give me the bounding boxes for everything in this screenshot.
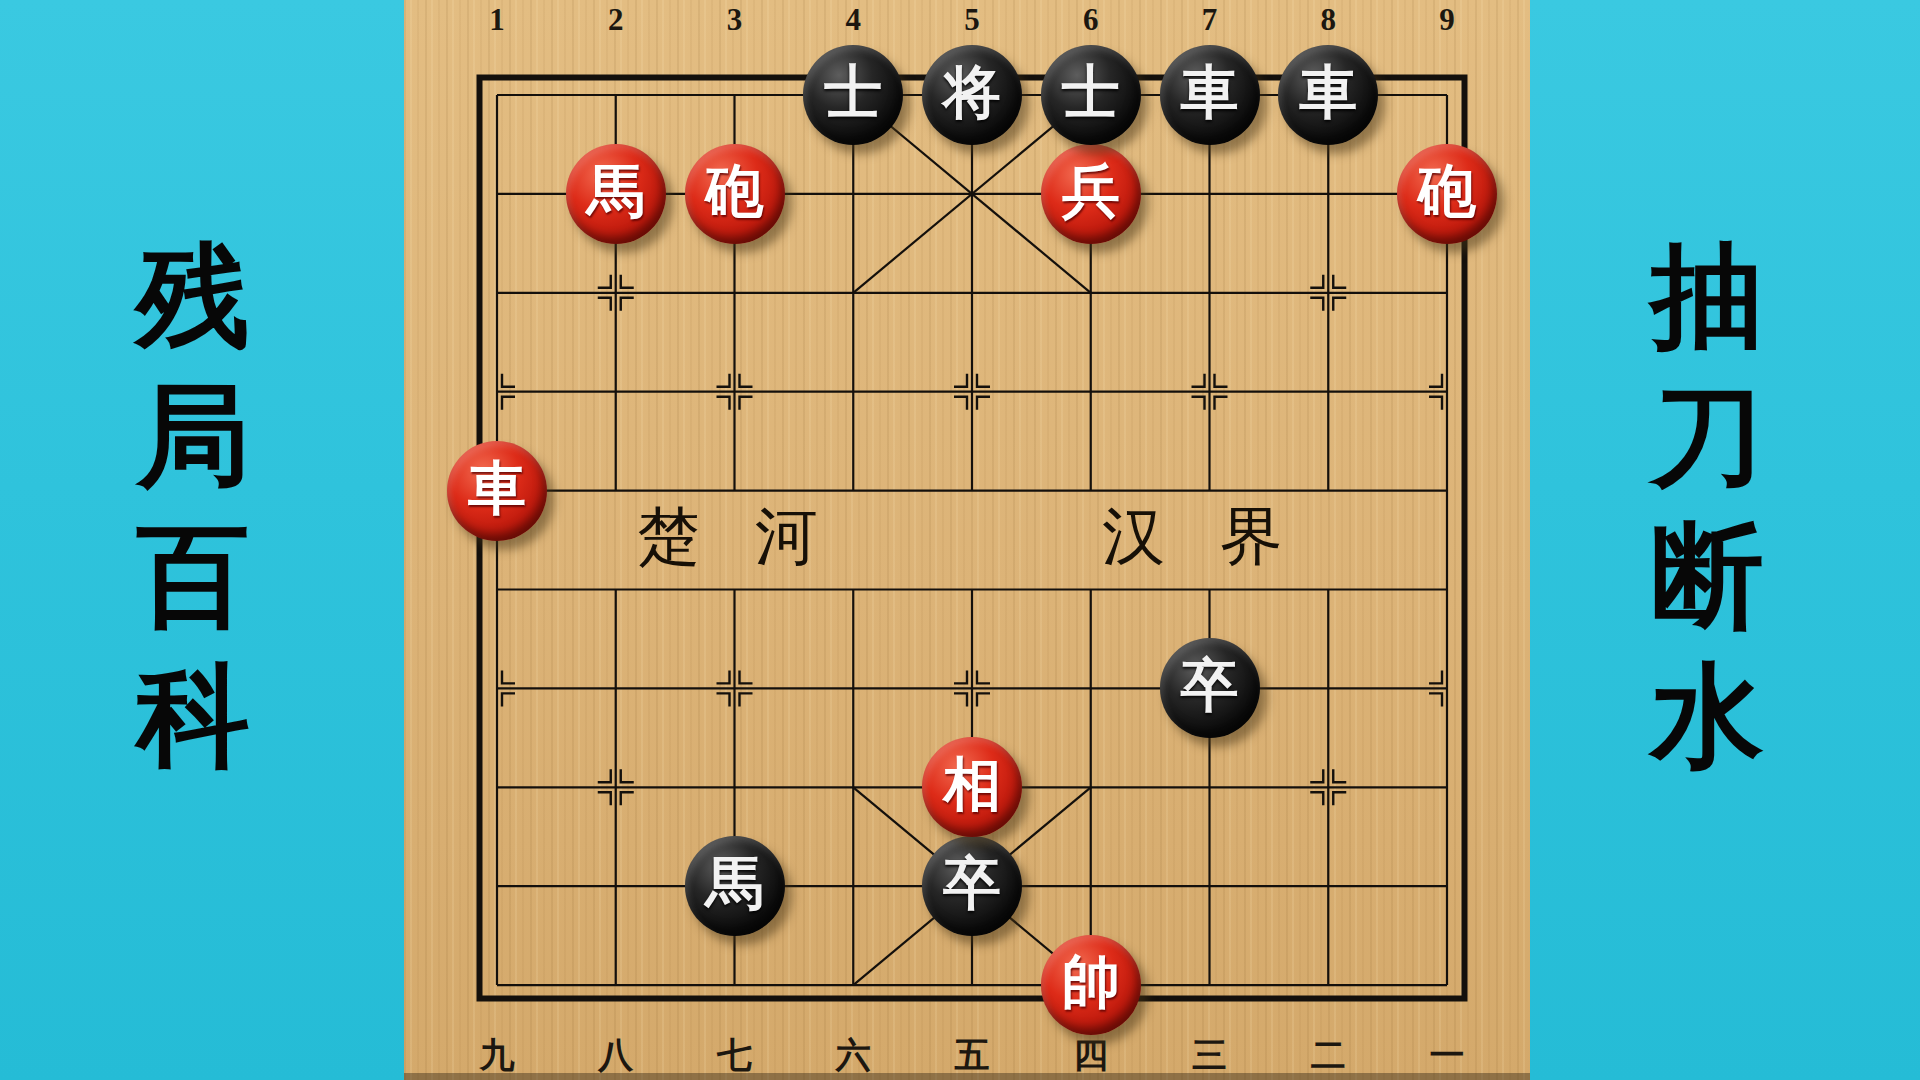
- black-soldier-glyph: 卒: [943, 834, 1001, 934]
- black-general-glyph: 将: [943, 43, 1001, 143]
- black-horse-glyph: 馬: [706, 834, 764, 934]
- left-caption-char-4: 科: [137, 646, 250, 786]
- file-label-top-5: 5: [913, 2, 1032, 38]
- piece-red-chariot[interactable]: 車: [447, 441, 547, 541]
- file-label-bottom-9: 一: [1388, 1032, 1507, 1079]
- left-caption-char-2: 局: [137, 366, 250, 506]
- file-label-top-9: 9: [1388, 2, 1507, 38]
- red-elephant-glyph: 相: [943, 735, 1001, 835]
- file-label-top-7: 7: [1150, 2, 1269, 38]
- app-canvas: { "game": "xiangqi", "captions": { "left…: [0, 0, 1920, 1080]
- piece-black-general[interactable]: 将: [922, 45, 1022, 145]
- file-label-bottom-1: 九: [438, 1032, 557, 1079]
- bottom-coordinates: 九八七六五四三二一: [438, 1032, 1507, 1079]
- right-caption-char-2: 刀: [1651, 366, 1764, 506]
- file-label-top-8: 8: [1269, 2, 1388, 38]
- file-label-top-2: 2: [556, 2, 675, 38]
- red-cannon-glyph: 砲: [706, 142, 764, 242]
- red-general-glyph: 帥: [1062, 933, 1120, 1033]
- file-label-bottom-6: 四: [1031, 1032, 1150, 1079]
- left-caption-char-1: 残: [137, 226, 250, 366]
- piece-black-chariot[interactable]: 車: [1278, 45, 1378, 145]
- file-label-bottom-8: 二: [1269, 1032, 1388, 1079]
- red-soldier-glyph: 兵: [1062, 142, 1120, 242]
- file-label-top-4: 4: [794, 2, 913, 38]
- piece-black-horse[interactable]: 馬: [685, 836, 785, 936]
- piece-red-horse[interactable]: 馬: [566, 144, 666, 244]
- black-advisor-glyph: 士: [1062, 43, 1120, 143]
- piece-red-general[interactable]: 帥: [1041, 935, 1141, 1035]
- black-chariot-glyph: 車: [1181, 43, 1239, 143]
- piece-black-advisor[interactable]: 士: [1041, 45, 1141, 145]
- piece-black-chariot[interactable]: 車: [1160, 45, 1260, 145]
- file-label-bottom-7: 三: [1150, 1032, 1269, 1079]
- red-chariot-glyph: 車: [468, 439, 526, 539]
- left-caption: 残局百科: [123, 226, 263, 786]
- file-label-bottom-4: 六: [794, 1032, 913, 1079]
- right-caption-char-4: 水: [1651, 646, 1764, 786]
- right-caption-char-1: 抽: [1651, 226, 1764, 366]
- piece-red-soldier[interactable]: 兵: [1041, 144, 1141, 244]
- file-label-bottom-2: 八: [556, 1032, 675, 1079]
- black-advisor-glyph: 士: [824, 43, 882, 143]
- file-label-bottom-3: 七: [675, 1032, 794, 1079]
- black-soldier-glyph: 卒: [1181, 636, 1239, 736]
- right-caption: 抽刀断水: [1637, 226, 1777, 786]
- piece-red-elephant[interactable]: 相: [922, 737, 1022, 837]
- black-chariot-glyph: 車: [1299, 43, 1357, 143]
- red-cannon-glyph: 砲: [1418, 142, 1476, 242]
- piece-red-cannon[interactable]: 砲: [685, 144, 785, 244]
- xiangqi-board: 士将士車車馬砲兵砲車卒相馬卒帥: [438, 46, 1507, 1035]
- right-caption-char-3: 断: [1651, 506, 1764, 646]
- file-label-top-6: 6: [1031, 2, 1150, 38]
- file-label-top-1: 1: [438, 2, 557, 38]
- piece-black-soldier[interactable]: 卒: [922, 836, 1022, 936]
- red-horse-glyph: 馬: [587, 142, 645, 242]
- left-caption-char-3: 百: [137, 506, 250, 646]
- piece-black-advisor[interactable]: 士: [803, 45, 903, 145]
- top-coordinates: 123456789: [438, 2, 1507, 38]
- file-label-top-3: 3: [675, 2, 794, 38]
- piece-black-soldier[interactable]: 卒: [1160, 638, 1260, 738]
- file-label-bottom-5: 五: [913, 1032, 1032, 1079]
- piece-red-cannon[interactable]: 砲: [1397, 144, 1497, 244]
